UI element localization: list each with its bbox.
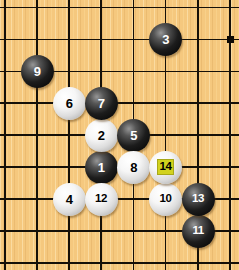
white-stone-2[interactable]: 2 [85, 119, 118, 152]
move-number-last-move-label: 14 [157, 159, 175, 175]
white-stone-14[interactable]: 14 [149, 151, 182, 184]
move-number-label: 1 [98, 161, 105, 174]
white-stone-8[interactable]: 8 [117, 151, 150, 184]
move-number-label: 11 [192, 225, 203, 237]
move-number-label: 5 [130, 129, 137, 142]
move-number-label: 12 [95, 193, 107, 205]
black-stone-3[interactable]: 3 [149, 23, 182, 56]
grid-line-v-2 [68, 0, 70, 270]
go-board[interactable]: 1234567891011121314 [0, 0, 239, 270]
black-stone-7[interactable]: 7 [85, 87, 118, 120]
move-number-label: 6 [66, 97, 73, 110]
grid-line-v-1 [36, 0, 38, 270]
white-stone-10[interactable]: 10 [149, 183, 182, 216]
black-stone-1[interactable]: 1 [85, 151, 118, 184]
black-stone-13[interactable]: 13 [182, 183, 215, 216]
grid-line-v-0 [4, 0, 6, 270]
move-number-label: 9 [34, 65, 41, 78]
move-number-label: 10 [160, 193, 172, 205]
move-number-label: 2 [98, 129, 105, 142]
move-number-label: 13 [192, 193, 204, 205]
white-stone-12[interactable]: 12 [85, 183, 118, 216]
white-stone-4[interactable]: 4 [53, 183, 86, 216]
white-stone-6[interactable]: 6 [53, 87, 86, 120]
star-point [227, 36, 234, 43]
move-number-label: 3 [162, 33, 169, 46]
move-number-label: 7 [98, 97, 105, 110]
black-stone-9[interactable]: 9 [21, 55, 54, 88]
move-number-label: 8 [130, 161, 137, 174]
black-stone-5[interactable]: 5 [117, 119, 150, 152]
move-number-label: 4 [66, 193, 73, 206]
black-stone-11[interactable]: 11 [182, 215, 215, 248]
